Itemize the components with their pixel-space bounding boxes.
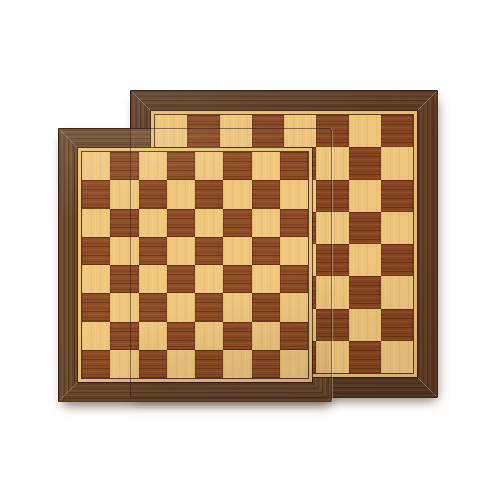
board-square (167, 209, 195, 237)
board-square (223, 265, 251, 293)
board-square (110, 293, 138, 321)
board-square (381, 309, 413, 341)
board-square (167, 237, 195, 265)
board-square (349, 212, 381, 244)
board-square (316, 115, 348, 147)
board-square (110, 180, 138, 208)
board-square (349, 276, 381, 308)
board-square (167, 322, 195, 350)
maple-fillet-border (78, 148, 312, 382)
board-square (187, 115, 219, 147)
board-square (110, 237, 138, 265)
board-square (252, 152, 280, 180)
board-square (82, 322, 110, 350)
board-square (381, 115, 413, 147)
board-square (316, 180, 348, 212)
board-square (381, 212, 413, 244)
board-square (280, 237, 308, 265)
board-square (316, 341, 348, 373)
board-square (139, 237, 167, 265)
board-square (82, 152, 110, 180)
board-frame-top (130, 90, 438, 111)
board-square (139, 293, 167, 321)
board-square (316, 276, 348, 308)
board-square (110, 322, 138, 350)
board-square (381, 276, 413, 308)
board-square (223, 209, 251, 237)
board-frame-bottom (58, 382, 332, 402)
board-frame-left (58, 128, 78, 402)
board-square (252, 180, 280, 208)
board-square (349, 341, 381, 373)
board-square (195, 322, 223, 350)
board-square (252, 209, 280, 237)
board-square (223, 322, 251, 350)
board-square (316, 244, 348, 276)
board-square (349, 147, 381, 179)
board-square (139, 209, 167, 237)
board-square (139, 152, 167, 180)
board-square (139, 180, 167, 208)
board-square (280, 209, 308, 237)
board-square (223, 350, 251, 378)
board-square (280, 293, 308, 321)
board-square (195, 265, 223, 293)
board-square (349, 180, 381, 212)
board-square (110, 152, 138, 180)
board-square (82, 265, 110, 293)
board-square (195, 237, 223, 265)
board-square (155, 115, 187, 147)
board-square (110, 350, 138, 378)
board-square (195, 350, 223, 378)
board-square (280, 350, 308, 378)
board-square (349, 115, 381, 147)
board-square (252, 115, 284, 147)
chessboard-small-front (58, 128, 332, 402)
board-square (280, 180, 308, 208)
board-square (280, 322, 308, 350)
board-square (252, 293, 280, 321)
board-square (280, 152, 308, 180)
board-square (252, 350, 280, 378)
board-square (280, 265, 308, 293)
board-square (82, 180, 110, 208)
board-square (223, 152, 251, 180)
product-photo-canvas (0, 0, 500, 500)
board-square (381, 180, 413, 212)
board-square (195, 209, 223, 237)
board-square (167, 180, 195, 208)
board-square (82, 293, 110, 321)
board-square (167, 265, 195, 293)
board-square (110, 209, 138, 237)
board-square (110, 265, 138, 293)
board-square (349, 244, 381, 276)
board-frame-right (417, 90, 438, 398)
board-square (349, 309, 381, 341)
board-square (381, 341, 413, 373)
board-square (82, 209, 110, 237)
board-square (195, 180, 223, 208)
board-square (223, 237, 251, 265)
board-square (167, 152, 195, 180)
board-square (167, 293, 195, 321)
board-square (316, 147, 348, 179)
board-square (381, 244, 413, 276)
board-grid (81, 151, 309, 379)
board-square (195, 152, 223, 180)
board-square (316, 212, 348, 244)
board-square (252, 322, 280, 350)
board-square (220, 115, 252, 147)
board-square (252, 265, 280, 293)
board-square (223, 180, 251, 208)
board-square (284, 115, 316, 147)
board-square (82, 350, 110, 378)
board-square (316, 309, 348, 341)
board-square (223, 293, 251, 321)
board-square (82, 237, 110, 265)
board-square (167, 350, 195, 378)
board-square (381, 147, 413, 179)
board-square (139, 350, 167, 378)
board-square (252, 237, 280, 265)
board-square (139, 322, 167, 350)
board-square (195, 293, 223, 321)
board-square (139, 265, 167, 293)
